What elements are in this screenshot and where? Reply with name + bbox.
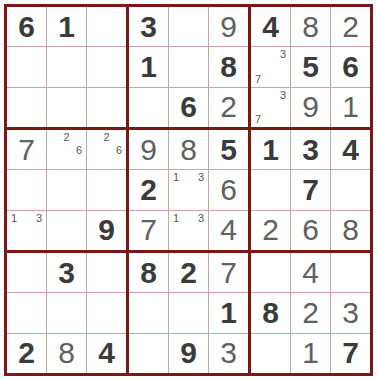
cell-r6c3[interactable]: 9	[87, 211, 126, 250]
cell-r1c2[interactable]: 1	[47, 7, 86, 46]
cell-r2c2[interactable]	[47, 47, 86, 86]
solved-digit: 3	[220, 338, 237, 368]
pencil-mark: 3	[198, 172, 204, 183]
pencil-mark: 1	[11, 213, 17, 224]
solved-digit: 2	[302, 298, 319, 328]
solved-digit: 6	[302, 215, 319, 245]
solved-digit: 6	[220, 175, 237, 205]
cell-r8c2[interactable]	[47, 293, 86, 332]
cell-r7c2[interactable]: 3	[47, 253, 86, 292]
box-8: 827193	[129, 253, 248, 373]
given-digit: 3	[302, 135, 319, 165]
cell-r5c7[interactable]	[251, 170, 290, 209]
cell-r5c2[interactable]	[47, 170, 86, 209]
given-digit: 3	[58, 258, 75, 288]
cell-r4c4[interactable]: 9	[129, 130, 168, 169]
cell-r4c1[interactable]: 7	[7, 130, 46, 169]
cell-r1c1[interactable]: 6	[7, 7, 46, 46]
given-digit: 9	[98, 215, 115, 245]
cell-r1c6[interactable]: 9	[209, 7, 248, 46]
cell-r1c8[interactable]: 8	[291, 7, 330, 46]
cell-r2c3[interactable]	[87, 47, 126, 86]
cell-r9c8[interactable]: 1	[291, 334, 330, 373]
solved-digit: 1	[302, 338, 319, 368]
cell-r6c9[interactable]: 8	[331, 211, 370, 250]
cell-r3c9[interactable]: 1	[331, 88, 370, 127]
given-digit: 1	[262, 135, 279, 165]
cell-r4c9[interactable]: 4	[331, 130, 370, 169]
cell-r7c5[interactable]: 2	[169, 253, 208, 292]
cell-r5c1[interactable]	[7, 170, 46, 209]
box-6: 1347268	[251, 130, 370, 250]
solved-digit: 2	[342, 12, 359, 42]
cell-r1c3[interactable]	[87, 7, 126, 46]
cell-r9c6[interactable]: 3	[209, 334, 248, 373]
cell-r6c1[interactable]: 13	[7, 211, 46, 250]
box-2: 391862	[129, 7, 248, 127]
cell-r4c6[interactable]: 5	[209, 130, 248, 169]
given-digit: 5	[302, 52, 319, 82]
given-digit: 8	[262, 298, 279, 328]
given-digit: 7	[302, 175, 319, 205]
cell-r2c8[interactable]: 5	[291, 47, 330, 86]
pencil-mark: 1	[173, 172, 179, 183]
given-digit: 1	[140, 52, 157, 82]
cell-r2c7[interactable]: 37	[251, 47, 290, 86]
box-7: 3284	[7, 253, 126, 373]
cell-r7c3[interactable]	[87, 253, 126, 292]
box-4: 72626139	[7, 130, 126, 250]
solved-digit: 8	[180, 135, 197, 165]
pencil-mark: 2	[103, 132, 109, 143]
cell-r8c1[interactable]	[7, 293, 46, 332]
given-digit: 7	[342, 338, 359, 368]
pencil-mark: 3	[36, 213, 42, 224]
solved-digit: 8	[58, 338, 75, 368]
cell-r8c6[interactable]: 1	[209, 293, 248, 332]
cell-r8c3[interactable]	[87, 293, 126, 332]
cell-r7c8[interactable]: 4	[291, 253, 330, 292]
cell-r1c5[interactable]	[169, 7, 208, 46]
cell-r7c6[interactable]: 7	[209, 253, 248, 292]
cell-r4c5[interactable]: 8	[169, 130, 208, 169]
given-digit: 9	[180, 338, 197, 368]
solved-digit: 4	[302, 258, 319, 288]
box-1: 61	[7, 7, 126, 127]
cell-r5c8[interactable]: 7	[291, 170, 330, 209]
cell-r3c7[interactable]: 37	[251, 88, 290, 127]
cell-r6c6[interactable]: 4	[209, 211, 248, 250]
given-digit: 4	[342, 135, 359, 165]
cell-r7c9[interactable]	[331, 253, 370, 292]
cell-r2c6[interactable]: 8	[209, 47, 248, 86]
given-digit: 1	[58, 12, 75, 42]
solved-digit: 7	[220, 258, 237, 288]
pencil-mark: 7	[255, 74, 261, 85]
pencil-mark: 2	[63, 132, 69, 143]
cell-r2c9[interactable]: 6	[331, 47, 370, 86]
pencil-mark: 1	[173, 213, 179, 224]
cell-r3c5[interactable]: 6	[169, 88, 208, 127]
given-digit: 6	[180, 92, 197, 122]
cell-r6c8[interactable]: 6	[291, 211, 330, 250]
solved-digit: 9	[140, 135, 157, 165]
given-digit: 2	[180, 258, 197, 288]
cell-r3c4[interactable]	[129, 88, 168, 127]
cell-r5c3[interactable]	[87, 170, 126, 209]
cell-r5c6[interactable]: 6	[209, 170, 248, 209]
cell-r6c2[interactable]	[47, 211, 86, 250]
cell-r3c3[interactable]	[87, 88, 126, 127]
cell-r2c1[interactable]	[7, 47, 46, 86]
cell-r4c7[interactable]: 1	[251, 130, 290, 169]
given-digit: 8	[220, 52, 237, 82]
cell-r3c1[interactable]	[7, 88, 46, 127]
given-digit: 6	[18, 12, 35, 42]
cell-r1c9[interactable]: 2	[331, 7, 370, 46]
cell-r3c2[interactable]	[47, 88, 86, 127]
pencil-mark: 7	[255, 114, 261, 125]
given-digit: 4	[262, 12, 279, 42]
pencil-mark: 3	[280, 90, 286, 101]
box-5: 98521367134	[129, 130, 248, 250]
cell-r9c4[interactable]	[129, 334, 168, 373]
cell-r5c9[interactable]	[331, 170, 370, 209]
cell-r8c5[interactable]	[169, 293, 208, 332]
cell-r9c1[interactable]: 2	[7, 334, 46, 373]
given-digit: 3	[140, 12, 157, 42]
solved-digit: 7	[140, 215, 157, 245]
sudoku-board: 6139186248237563791726261399852136713413…	[4, 4, 373, 376]
pencil-mark: 3	[280, 49, 286, 60]
cell-r6c4[interactable]: 7	[129, 211, 168, 250]
cell-r5c4[interactable]: 2	[129, 170, 168, 209]
cell-r9c3[interactable]: 4	[87, 334, 126, 373]
solved-digit: 4	[220, 215, 237, 245]
solved-digit: 9	[220, 12, 237, 42]
given-digit: 8	[140, 258, 157, 288]
solved-digit: 2	[220, 92, 237, 122]
solved-digit: 7	[18, 135, 35, 165]
cell-r8c9[interactable]: 3	[331, 293, 370, 332]
cell-r9c7[interactable]	[251, 334, 290, 373]
cell-r3c6[interactable]: 2	[209, 88, 248, 127]
cell-r2c4[interactable]: 1	[129, 47, 168, 86]
cell-r9c5[interactable]: 9	[169, 334, 208, 373]
cell-r2c5[interactable]	[169, 47, 208, 86]
pencil-mark: 6	[116, 145, 122, 156]
cell-r4c2[interactable]: 26	[47, 130, 86, 169]
box-3: 48237563791	[251, 7, 370, 127]
solved-digit: 2	[262, 215, 279, 245]
cell-r9c2[interactable]: 8	[47, 334, 86, 373]
pencil-mark: 3	[198, 213, 204, 224]
given-digit: 5	[220, 135, 237, 165]
given-digit: 6	[342, 52, 359, 82]
cell-r4c8[interactable]: 3	[291, 130, 330, 169]
cell-r7c4[interactable]: 8	[129, 253, 168, 292]
solved-digit: 8	[342, 215, 359, 245]
solved-digit: 9	[302, 92, 319, 122]
given-digit: 2	[140, 175, 157, 205]
cell-r8c4[interactable]	[129, 293, 168, 332]
cell-r8c7[interactable]: 8	[251, 293, 290, 332]
cell-r7c7[interactable]	[251, 253, 290, 292]
given-digit: 1	[220, 298, 237, 328]
cell-r6c5[interactable]: 13	[169, 211, 208, 250]
cell-r8c8[interactable]: 2	[291, 293, 330, 332]
cell-r4c3[interactable]: 26	[87, 130, 126, 169]
cell-r5c5[interactable]: 13	[169, 170, 208, 209]
cell-r6c7[interactable]: 2	[251, 211, 290, 250]
cell-r1c7[interactable]: 4	[251, 7, 290, 46]
cell-r1c4[interactable]: 3	[129, 7, 168, 46]
cell-r9c9[interactable]: 7	[331, 334, 370, 373]
box-9: 482317	[251, 253, 370, 373]
given-digit: 4	[98, 338, 115, 368]
cell-r3c8[interactable]: 9	[291, 88, 330, 127]
solved-digit: 8	[302, 12, 319, 42]
pencil-mark: 6	[76, 145, 82, 156]
solved-digit: 3	[342, 298, 359, 328]
given-digit: 2	[18, 338, 35, 368]
solved-digit: 1	[342, 92, 359, 122]
cell-r7c1[interactable]	[7, 253, 46, 292]
